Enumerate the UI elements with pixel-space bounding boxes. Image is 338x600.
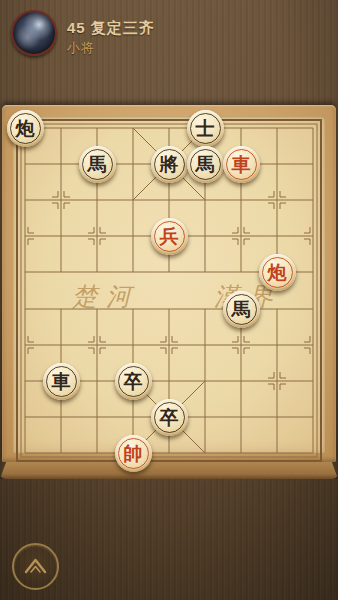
- avatar: [11, 10, 57, 56]
- piece-black-soldier[interactable]: 卒: [115, 363, 152, 400]
- piece-red-general[interactable]: 帥: [115, 435, 152, 472]
- pieces-layer: 炮士馬將馬車兵炮馬車卒卒帥: [0, 0, 338, 600]
- chevron-up-icon: [14, 545, 57, 588]
- piece-black-horse[interactable]: 馬: [79, 146, 116, 183]
- expand-button[interactable]: [12, 543, 59, 590]
- piece-black-soldier[interactable]: 卒: [151, 399, 188, 436]
- piece-red-soldier[interactable]: 兵: [151, 218, 188, 255]
- piece-red-chariot[interactable]: 車: [223, 146, 260, 183]
- piece-red-cannon[interactable]: 炮: [259, 254, 296, 291]
- piece-black-advisor[interactable]: 士: [187, 110, 224, 147]
- piece-black-general[interactable]: 將: [151, 146, 188, 183]
- piece-black-horse[interactable]: 馬: [223, 291, 260, 328]
- puzzle-title: 45 复定三齐: [67, 19, 155, 38]
- piece-black-cannon[interactable]: 炮: [7, 110, 44, 147]
- piece-black-horse[interactable]: 馬: [187, 146, 224, 183]
- puzzle-rank-label: 小将: [67, 39, 95, 57]
- header: 45 复定三齐 小将: [0, 0, 338, 70]
- piece-black-chariot[interactable]: 車: [43, 363, 80, 400]
